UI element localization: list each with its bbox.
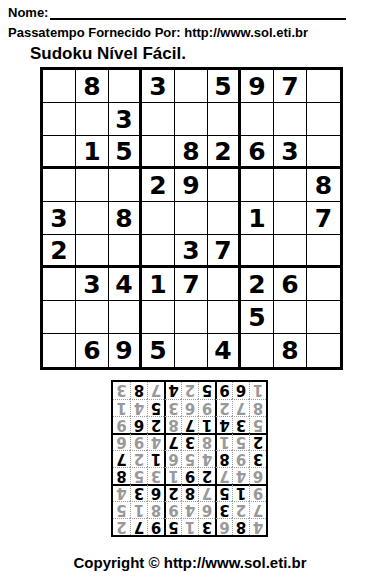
solution-cell-r6c8: 9 bbox=[130, 433, 147, 450]
solution-cell-r1c3: 6 bbox=[215, 518, 232, 535]
solution-cell-r9c6: 4 bbox=[164, 382, 181, 399]
solution-cell-r9c3: 9 bbox=[215, 382, 232, 399]
puzzle-cell-r2c7 bbox=[241, 103, 274, 136]
solution-cell-r6c2: 5 bbox=[232, 433, 249, 450]
solution-cell-r8c3: 2 bbox=[215, 399, 232, 416]
solution-cell-r1c1: 4 bbox=[249, 518, 266, 535]
solution-cell-r8c7: 5 bbox=[147, 399, 164, 416]
puzzle-cell-r3c4 bbox=[142, 136, 175, 169]
solution-cell-r5c9: 7 bbox=[113, 450, 130, 467]
solution-cell-r2c5: 4 bbox=[181, 501, 198, 518]
puzzle-cell-r6c5: 3 bbox=[175, 235, 208, 268]
solution-cell-r7c8: 6 bbox=[130, 416, 147, 433]
name-label: Nome: bbox=[8, 5, 48, 20]
solution-cell-r1c7: 9 bbox=[147, 518, 164, 535]
puzzle-cell-r6c6: 7 bbox=[208, 235, 241, 268]
solution-cell-r5c4: 4 bbox=[198, 450, 215, 467]
solution-cell-r5c6: 6 bbox=[164, 450, 181, 467]
puzzle-cell-r4c9: 8 bbox=[307, 169, 340, 202]
puzzle-cell-r4c4: 2 bbox=[142, 169, 175, 202]
copyright-text: Copyright © http://www.sol.eti.br bbox=[8, 554, 372, 571]
puzzle-cell-r6c4 bbox=[142, 235, 175, 268]
puzzle-cell-r6c9 bbox=[307, 235, 340, 268]
puzzle-cell-r5c6 bbox=[208, 202, 241, 235]
puzzle-cell-r9c7 bbox=[241, 334, 274, 367]
solution-cell-r2c6: 9 bbox=[164, 501, 181, 518]
provider-text: Passatempo Fornecido Por: http://www.sol… bbox=[8, 25, 372, 40]
puzzle-cell-r1c2: 8 bbox=[76, 70, 109, 103]
solution-cell-r2c4: 6 bbox=[198, 501, 215, 518]
puzzle-cell-r1c1 bbox=[43, 70, 76, 103]
solution-cell-r4c6: 1 bbox=[164, 467, 181, 484]
solution-cell-r1c2: 8 bbox=[232, 518, 249, 535]
puzzle-cell-r6c8 bbox=[274, 235, 307, 268]
puzzle-cell-r1c7: 9 bbox=[241, 70, 274, 103]
solution-cell-r7c6: 8 bbox=[164, 416, 181, 433]
puzzle-cell-r2c6 bbox=[208, 103, 241, 136]
puzzle-cell-r7c2: 3 bbox=[76, 268, 109, 301]
solution-cell-r6c9: 6 bbox=[113, 433, 130, 450]
solution-cell-r3c5: 8 bbox=[181, 484, 198, 501]
solution-cell-r6c1: 2 bbox=[249, 433, 266, 450]
puzzle-grid: 8359731582632983817237341726569548 bbox=[40, 67, 343, 370]
solution-cell-r4c4: 2 bbox=[198, 467, 215, 484]
puzzle-cell-r9c6: 4 bbox=[208, 334, 241, 367]
puzzle-cell-r7c4: 1 bbox=[142, 268, 175, 301]
solution-cell-r5c7: 1 bbox=[147, 450, 164, 467]
puzzle-cell-r9c3: 9 bbox=[109, 334, 142, 367]
solution-cell-r7c4: 1 bbox=[198, 416, 215, 433]
solution-cell-r7c7: 2 bbox=[147, 416, 164, 433]
page: Nome: Passatempo Fornecido Por: http://w… bbox=[0, 0, 380, 571]
puzzle-cell-r8c6 bbox=[208, 301, 241, 334]
solution-cell-r6c4: 8 bbox=[198, 433, 215, 450]
puzzle-cell-r7c6 bbox=[208, 268, 241, 301]
solution-cell-r2c8: 1 bbox=[130, 501, 147, 518]
puzzle-cell-r3c8: 3 bbox=[274, 136, 307, 169]
solution-cell-r8c8: 4 bbox=[130, 399, 147, 416]
puzzle-cell-r1c3 bbox=[109, 70, 142, 103]
solution-cell-r9c1: 1 bbox=[249, 382, 266, 399]
puzzle-cell-r2c9 bbox=[307, 103, 340, 136]
puzzle-cell-r4c5: 9 bbox=[175, 169, 208, 202]
puzzle-cell-r2c4 bbox=[142, 103, 175, 136]
puzzle-cell-r3c2: 1 bbox=[76, 136, 109, 169]
puzzle-cell-r5c9: 7 bbox=[307, 202, 340, 235]
solution-cell-r9c7: 7 bbox=[147, 382, 164, 399]
solution-cell-r3c1: 9 bbox=[249, 484, 266, 501]
puzzle-cell-r5c5 bbox=[175, 202, 208, 235]
puzzle-cell-r9c9 bbox=[307, 334, 340, 367]
solution-cell-r2c3: 3 bbox=[215, 501, 232, 518]
solution-cell-r3c2: 1 bbox=[232, 484, 249, 501]
solution-cell-r9c4: 5 bbox=[198, 382, 215, 399]
solution-cell-r6c3: 1 bbox=[215, 433, 232, 450]
puzzle-cell-r5c2 bbox=[76, 202, 109, 235]
puzzle-cell-r1c5 bbox=[175, 70, 208, 103]
puzzle-cell-r7c8: 6 bbox=[274, 268, 307, 301]
solution-cell-r1c8: 7 bbox=[130, 518, 147, 535]
puzzle-cell-r3c1 bbox=[43, 136, 76, 169]
puzzle-cell-r9c8: 8 bbox=[274, 334, 307, 367]
puzzle-cell-r9c1 bbox=[43, 334, 76, 367]
puzzle-cell-r4c8 bbox=[274, 169, 307, 202]
solution-cell-r7c5: 7 bbox=[181, 416, 198, 433]
solution-cell-r3c3: 5 bbox=[215, 484, 232, 501]
puzzle-cell-r3c9 bbox=[307, 136, 340, 169]
puzzle-cell-r9c5 bbox=[175, 334, 208, 367]
solution-cell-r4c9: 8 bbox=[113, 467, 130, 484]
solution-cell-r9c5: 2 bbox=[181, 382, 198, 399]
solution-cell-r5c1: 3 bbox=[249, 450, 266, 467]
puzzle-cell-r8c1 bbox=[43, 301, 76, 334]
puzzle-cell-r5c4 bbox=[142, 202, 175, 235]
puzzle-cell-r7c3: 4 bbox=[109, 268, 142, 301]
solution-cell-r3c9: 4 bbox=[113, 484, 130, 501]
solution-cell-r2c9: 5 bbox=[113, 501, 130, 518]
solution-cell-r9c2: 6 bbox=[232, 382, 249, 399]
name-underline bbox=[50, 5, 346, 20]
solution-cell-r4c7: 3 bbox=[147, 467, 164, 484]
puzzle-cell-r1c8: 7 bbox=[274, 70, 307, 103]
puzzle-cell-r3c6: 2 bbox=[208, 136, 241, 169]
puzzle-cell-r7c9 bbox=[307, 268, 340, 301]
puzzle-cell-r7c7: 2 bbox=[241, 268, 274, 301]
solution-cell-r6c7: 4 bbox=[147, 433, 164, 450]
puzzle-cell-r9c4: 5 bbox=[142, 334, 175, 367]
puzzle-cell-r8c5 bbox=[175, 301, 208, 334]
puzzle-cell-r4c2 bbox=[76, 169, 109, 202]
puzzle-cell-r6c2 bbox=[76, 235, 109, 268]
solution-cell-r8c5: 6 bbox=[181, 399, 198, 416]
puzzle-cell-r4c1 bbox=[43, 169, 76, 202]
solution-cell-r3c8: 3 bbox=[130, 484, 147, 501]
solution-cell-r4c5: 9 bbox=[181, 467, 198, 484]
solution-cell-r4c2: 4 bbox=[232, 467, 249, 484]
solution-cell-r8c6: 3 bbox=[164, 399, 181, 416]
solution-cell-r5c3: 8 bbox=[215, 450, 232, 467]
puzzle-cell-r3c7: 6 bbox=[241, 136, 274, 169]
solution-cell-r6c6: 7 bbox=[164, 433, 181, 450]
puzzle-cell-r6c3 bbox=[109, 235, 142, 268]
solution-cell-r8c1: 8 bbox=[249, 399, 266, 416]
puzzle-cell-r8c7: 5 bbox=[241, 301, 274, 334]
solution-cell-r8c9: 1 bbox=[113, 399, 130, 416]
solution-cell-r8c2: 7 bbox=[232, 399, 249, 416]
solution-cell-r8c4: 9 bbox=[198, 399, 215, 416]
name-row: Nome: bbox=[8, 5, 346, 20]
solution-cell-r1c9: 2 bbox=[113, 518, 130, 535]
solution-cell-r3c7: 6 bbox=[147, 484, 164, 501]
puzzle-cell-r8c4 bbox=[142, 301, 175, 334]
solution-cell-r5c8: 2 bbox=[130, 450, 147, 467]
solution-cell-r5c5: 5 bbox=[181, 450, 198, 467]
solution-cell-r1c5: 1 bbox=[181, 518, 198, 535]
puzzle-cell-r5c3: 8 bbox=[109, 202, 142, 235]
solution-cell-r2c2: 2 bbox=[232, 501, 249, 518]
puzzle-cell-r7c1 bbox=[43, 268, 76, 301]
puzzle-cell-r8c8 bbox=[274, 301, 307, 334]
solution-cell-r3c6: 2 bbox=[164, 484, 181, 501]
puzzle-cell-r7c5: 7 bbox=[175, 268, 208, 301]
solution-cell-r7c3: 4 bbox=[215, 416, 232, 433]
solution-cell-r4c8: 5 bbox=[130, 467, 147, 484]
puzzle-cell-r8c9 bbox=[307, 301, 340, 334]
solution-cell-r3c4: 7 bbox=[198, 484, 215, 501]
solution-cell-r7c1: 5 bbox=[249, 416, 266, 433]
puzzle-cell-r4c7 bbox=[241, 169, 274, 202]
puzzle-cell-r3c5: 8 bbox=[175, 136, 208, 169]
puzzle-cell-r2c5 bbox=[175, 103, 208, 136]
puzzle-cell-r6c7 bbox=[241, 235, 274, 268]
puzzle-cell-r1c4: 3 bbox=[142, 70, 175, 103]
puzzle-cell-r5c1: 3 bbox=[43, 202, 76, 235]
puzzle-cell-r8c2 bbox=[76, 301, 109, 334]
solution-cell-r1c4: 3 bbox=[198, 518, 215, 535]
solution-cell-r1c6: 5 bbox=[164, 518, 181, 535]
solution-grid: 4863159727236498159157826346472913583984… bbox=[111, 380, 268, 537]
solution-cell-r2c1: 7 bbox=[249, 501, 266, 518]
puzzle-cell-r5c7: 1 bbox=[241, 202, 274, 235]
solution-cell-r7c9: 9 bbox=[113, 416, 130, 433]
puzzle-cell-r4c3 bbox=[109, 169, 142, 202]
puzzle-cell-r2c1 bbox=[43, 103, 76, 136]
puzzle-cell-r1c9 bbox=[307, 70, 340, 103]
solution-cell-r4c3: 7 bbox=[215, 467, 232, 484]
puzzle-cell-r3c3: 5 bbox=[109, 136, 142, 169]
solution-cell-r9c9: 3 bbox=[113, 382, 130, 399]
solution-cell-r7c2: 3 bbox=[232, 416, 249, 433]
puzzle-cell-r9c2: 6 bbox=[76, 334, 109, 367]
puzzle-cell-r2c8 bbox=[274, 103, 307, 136]
puzzle-cell-r8c3 bbox=[109, 301, 142, 334]
puzzle-cell-r2c3: 3 bbox=[109, 103, 142, 136]
solution-cell-r9c8: 8 bbox=[130, 382, 147, 399]
page-title: Sudoku Nível Fácil. bbox=[30, 44, 372, 64]
puzzle-cell-r6c1: 2 bbox=[43, 235, 76, 268]
puzzle-cell-r5c8 bbox=[274, 202, 307, 235]
solution-cell-r4c1: 6 bbox=[249, 467, 266, 484]
puzzle-cell-r2c2 bbox=[76, 103, 109, 136]
solution-cell-r6c5: 3 bbox=[181, 433, 198, 450]
solution-cell-r2c7: 8 bbox=[147, 501, 164, 518]
solution-cell-r5c2: 9 bbox=[232, 450, 249, 467]
puzzle-cell-r4c6 bbox=[208, 169, 241, 202]
puzzle-cell-r1c6: 5 bbox=[208, 70, 241, 103]
